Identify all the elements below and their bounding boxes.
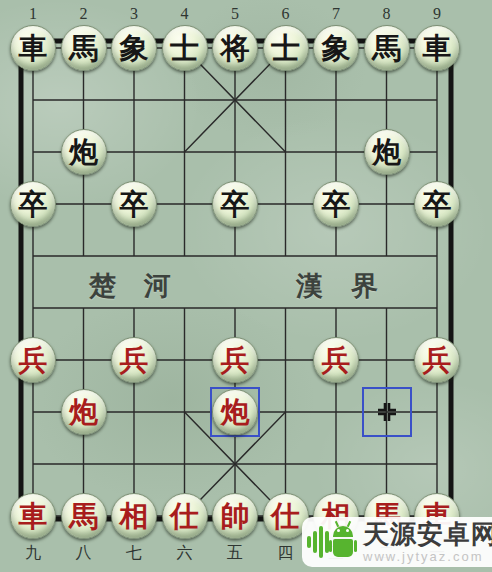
red-piece-兵[interactable]: 兵 bbox=[313, 337, 359, 383]
file-label-top-7: 7 bbox=[332, 5, 340, 23]
file-label-bottom-4: 六 bbox=[177, 543, 193, 564]
xiangqi-board: 楚河 漢界 123456789九八七六五四三二一 車馬象士将士象馬車炮炮卒卒卒卒… bbox=[0, 0, 492, 572]
black-piece-馬[interactable]: 馬 bbox=[364, 25, 410, 71]
red-piece-兵[interactable]: 兵 bbox=[414, 337, 460, 383]
file-label-top-5: 5 bbox=[231, 5, 239, 23]
equalizer-bars-icon bbox=[307, 520, 329, 564]
black-piece-卒[interactable]: 卒 bbox=[111, 181, 157, 227]
site-watermark: 天源安卓网 www.jytyaz.com bbox=[302, 517, 492, 567]
file-label-top-4: 4 bbox=[181, 5, 189, 23]
crosshair-cursor-icon bbox=[373, 398, 401, 426]
red-piece-帥[interactable]: 帥 bbox=[212, 493, 258, 539]
red-piece-炮[interactable]: 炮 bbox=[61, 389, 107, 435]
file-label-top-3: 3 bbox=[130, 5, 138, 23]
android-robot-icon bbox=[331, 524, 355, 564]
red-piece-車[interactable]: 車 bbox=[10, 493, 56, 539]
file-label-bottom-2: 八 bbox=[76, 543, 92, 564]
black-piece-卒[interactable]: 卒 bbox=[10, 181, 56, 227]
watermark-site-name: 天源安卓网 bbox=[363, 521, 492, 547]
red-piece-兵[interactable]: 兵 bbox=[212, 337, 258, 383]
black-piece-車[interactable]: 車 bbox=[10, 25, 56, 71]
watermark-url: www.jytyaz.com bbox=[363, 550, 492, 563]
red-piece-馬[interactable]: 馬 bbox=[61, 493, 107, 539]
red-piece-兵[interactable]: 兵 bbox=[10, 337, 56, 383]
file-label-bottom-5: 五 bbox=[227, 543, 243, 564]
black-piece-炮[interactable]: 炮 bbox=[364, 129, 410, 175]
black-piece-卒[interactable]: 卒 bbox=[313, 181, 359, 227]
red-piece-仕[interactable]: 仕 bbox=[162, 493, 208, 539]
black-piece-車[interactable]: 車 bbox=[414, 25, 460, 71]
board-grid bbox=[0, 0, 492, 572]
red-piece-炮[interactable]: 炮 bbox=[212, 389, 258, 435]
file-label-top-6: 6 bbox=[282, 5, 290, 23]
black-piece-象[interactable]: 象 bbox=[111, 25, 157, 71]
river-label-chu-he: 楚河 bbox=[89, 268, 199, 304]
file-label-top-9: 9 bbox=[433, 5, 441, 23]
android-logo-icon bbox=[307, 520, 357, 564]
file-label-bottom-3: 七 bbox=[126, 543, 142, 564]
file-label-top-8: 8 bbox=[383, 5, 391, 23]
black-piece-卒[interactable]: 卒 bbox=[212, 181, 258, 227]
black-piece-士[interactable]: 士 bbox=[263, 25, 309, 71]
file-label-top-1: 1 bbox=[29, 5, 37, 23]
black-piece-象[interactable]: 象 bbox=[313, 25, 359, 71]
black-piece-将[interactable]: 将 bbox=[212, 25, 258, 71]
black-piece-馬[interactable]: 馬 bbox=[61, 25, 107, 71]
red-piece-相[interactable]: 相 bbox=[111, 493, 157, 539]
file-label-top-2: 2 bbox=[80, 5, 88, 23]
red-piece-兵[interactable]: 兵 bbox=[111, 337, 157, 383]
file-label-bottom-6: 四 bbox=[278, 543, 294, 564]
black-piece-士[interactable]: 士 bbox=[162, 25, 208, 71]
black-piece-卒[interactable]: 卒 bbox=[414, 181, 460, 227]
river-label-han-jie: 漢界 bbox=[296, 268, 406, 304]
black-piece-炮[interactable]: 炮 bbox=[61, 129, 107, 175]
file-label-bottom-1: 九 bbox=[25, 543, 41, 564]
